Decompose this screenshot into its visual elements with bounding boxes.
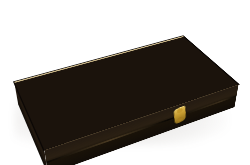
brass-clasp-icon — [174, 104, 187, 124]
scene-3d — [0, 0, 250, 165]
product-photo-chess-box — [0, 0, 250, 165]
chess-box — [14, 36, 238, 150]
